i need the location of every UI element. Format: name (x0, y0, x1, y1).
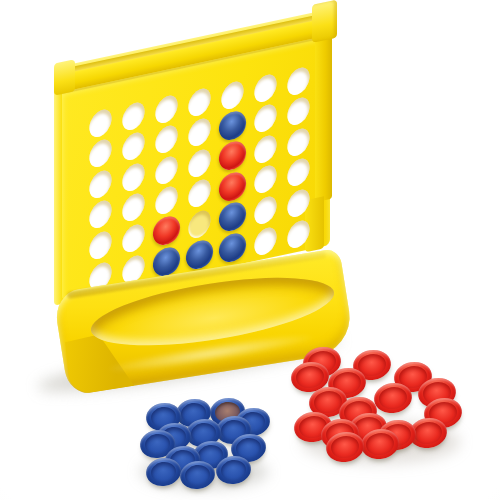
board-columns (0, 0, 500, 13)
top-bar-right-cap (312, 0, 337, 43)
column-5-drop-zone[interactable] (216, 76, 249, 273)
board-grid (0, 0, 500, 13)
product-photo-stage (0, 0, 500, 500)
column-2-drop-zone[interactable] (117, 97, 150, 294)
column-7-drop-zone[interactable] (282, 62, 315, 259)
column-1-drop-zone[interactable] (84, 104, 117, 301)
column-3-drop-zone[interactable] (150, 90, 183, 287)
top-bar-left-cap (54, 59, 75, 95)
column-4-drop-zone[interactable] (183, 83, 216, 280)
board-right-rail (315, 31, 332, 203)
column-6-drop-zone[interactable] (249, 69, 282, 266)
